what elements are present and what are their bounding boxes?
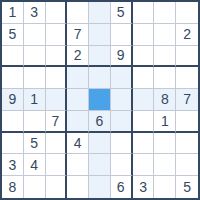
cell-r6c6[interactable] — [111, 111, 133, 133]
cell-r8c8[interactable] — [154, 154, 176, 176]
cell-r2c3[interactable] — [46, 24, 68, 46]
cell-r9c6[interactable]: 6 — [111, 176, 133, 198]
cell-r5c8[interactable]: 8 — [154, 89, 176, 111]
cell-r3c6[interactable]: 9 — [111, 46, 133, 68]
cell-r9c4[interactable] — [67, 176, 89, 198]
cell-r1c7[interactable] — [133, 2, 155, 24]
cell-r6c1[interactable] — [2, 111, 24, 133]
cell-r9c8[interactable] — [154, 176, 176, 198]
cell-r6c4[interactable] — [67, 111, 89, 133]
cell-r8c9[interactable] — [176, 154, 198, 176]
cell-r8c7[interactable] — [133, 154, 155, 176]
cell-r2c7[interactable] — [133, 24, 155, 46]
cell-r5c7[interactable] — [133, 89, 155, 111]
cell-r6c2[interactable] — [24, 111, 46, 133]
cell-r3c1[interactable] — [2, 46, 24, 68]
cell-r5c2[interactable]: 1 — [24, 89, 46, 111]
cell-r3c9[interactable] — [176, 46, 198, 68]
cell-r7c3[interactable] — [46, 133, 68, 155]
cell-r2c4[interactable]: 7 — [67, 24, 89, 46]
cell-r7c6[interactable] — [111, 133, 133, 155]
cell-r9c1[interactable]: 8 — [2, 176, 24, 198]
cell-r4c9[interactable] — [176, 67, 198, 89]
cell-r7c5[interactable] — [89, 133, 111, 155]
cell-r5c5[interactable] — [89, 89, 111, 111]
cell-r3c3[interactable] — [46, 46, 68, 68]
cell-r4c1[interactable] — [2, 67, 24, 89]
cell-r9c5[interactable] — [89, 176, 111, 198]
cell-r5c6[interactable] — [111, 89, 133, 111]
cell-r4c6[interactable] — [111, 67, 133, 89]
cell-r9c9[interactable]: 5 — [176, 176, 198, 198]
cell-r1c5[interactable] — [89, 2, 111, 24]
cell-r7c4[interactable]: 4 — [67, 133, 89, 155]
cell-r2c8[interactable] — [154, 24, 176, 46]
cell-r7c9[interactable] — [176, 133, 198, 155]
cell-r6c7[interactable] — [133, 111, 155, 133]
cell-r2c1[interactable]: 5 — [2, 24, 24, 46]
cell-r7c8[interactable] — [154, 133, 176, 155]
cell-r5c9[interactable]: 7 — [176, 89, 198, 111]
cell-r8c1[interactable]: 3 — [2, 154, 24, 176]
sudoku-board: 13557229918776154348635 — [0, 0, 200, 200]
cell-r2c9[interactable]: 2 — [176, 24, 198, 46]
cell-r6c8[interactable]: 1 — [154, 111, 176, 133]
cell-r7c2[interactable]: 5 — [24, 133, 46, 155]
cell-r4c8[interactable] — [154, 67, 176, 89]
cell-r7c7[interactable] — [133, 133, 155, 155]
cell-r3c2[interactable] — [24, 46, 46, 68]
cell-r5c4[interactable] — [67, 89, 89, 111]
cell-r3c4[interactable]: 2 — [67, 46, 89, 68]
cell-r8c4[interactable] — [67, 154, 89, 176]
cell-r7c1[interactable] — [2, 133, 24, 155]
cell-r3c8[interactable] — [154, 46, 176, 68]
cell-r8c6[interactable] — [111, 154, 133, 176]
cell-r4c3[interactable] — [46, 67, 68, 89]
cell-r6c9[interactable] — [176, 111, 198, 133]
cell-r1c9[interactable] — [176, 2, 198, 24]
cell-r9c3[interactable] — [46, 176, 68, 198]
cell-r1c4[interactable] — [67, 2, 89, 24]
cell-r4c5[interactable] — [89, 67, 111, 89]
cell-r5c3[interactable] — [46, 89, 68, 111]
cell-r1c6[interactable]: 5 — [111, 2, 133, 24]
cell-r4c2[interactable] — [24, 67, 46, 89]
cell-r8c2[interactable]: 4 — [24, 154, 46, 176]
cell-r4c7[interactable] — [133, 67, 155, 89]
cell-r2c6[interactable] — [111, 24, 133, 46]
cell-r2c2[interactable] — [24, 24, 46, 46]
cell-r3c7[interactable] — [133, 46, 155, 68]
cell-r8c3[interactable] — [46, 154, 68, 176]
cell-r1c2[interactable]: 3 — [24, 2, 46, 24]
cell-r9c7[interactable]: 3 — [133, 176, 155, 198]
cell-r6c3[interactable]: 7 — [46, 111, 68, 133]
cell-r9c2[interactable] — [24, 176, 46, 198]
cell-r1c8[interactable] — [154, 2, 176, 24]
cell-r1c1[interactable]: 1 — [2, 2, 24, 24]
cell-r5c1[interactable]: 9 — [2, 89, 24, 111]
cell-r3c5[interactable] — [89, 46, 111, 68]
cell-r4c4[interactable] — [67, 67, 89, 89]
cell-r2c5[interactable] — [89, 24, 111, 46]
cell-r8c5[interactable] — [89, 154, 111, 176]
cell-r1c3[interactable] — [46, 2, 68, 24]
cell-r6c5[interactable]: 6 — [89, 111, 111, 133]
